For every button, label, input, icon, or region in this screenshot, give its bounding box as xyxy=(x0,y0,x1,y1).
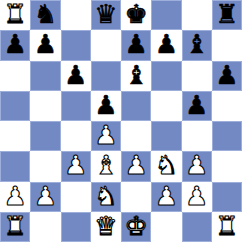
square-b5[interactable] xyxy=(30,91,60,121)
piece-black-king: ♚ xyxy=(124,1,147,27)
piece-white-bishop: ♝ xyxy=(94,152,117,178)
square-a4[interactable] xyxy=(0,121,30,151)
square-h4[interactable] xyxy=(212,121,242,151)
square-d3[interactable]: ♝ xyxy=(91,151,121,181)
piece-white-pawn: ♟ xyxy=(155,183,178,209)
square-b3[interactable] xyxy=(30,151,60,181)
square-e8[interactable]: ♚ xyxy=(121,0,151,30)
square-e3[interactable]: ♟ xyxy=(121,151,151,181)
piece-white-pawn: ♟ xyxy=(64,152,87,178)
square-b7[interactable]: ♟ xyxy=(30,30,60,60)
piece-white-rook: ♜ xyxy=(215,213,238,239)
square-h3[interactable] xyxy=(212,151,242,181)
square-e4[interactable] xyxy=(121,121,151,151)
square-d6[interactable] xyxy=(91,61,121,91)
square-d7[interactable] xyxy=(91,30,121,60)
square-c1[interactable] xyxy=(61,212,91,242)
piece-black-pawn: ♟ xyxy=(185,92,208,118)
square-g1[interactable] xyxy=(182,212,212,242)
square-f6[interactable] xyxy=(151,61,181,91)
square-d5[interactable]: ♟ xyxy=(91,91,121,121)
square-d4[interactable]: ♟ xyxy=(91,121,121,151)
piece-white-pawn: ♟ xyxy=(34,183,57,209)
piece-black-pawn: ♟ xyxy=(94,92,117,118)
piece-black-pawn: ♟ xyxy=(155,31,178,57)
square-a6[interactable] xyxy=(0,61,30,91)
square-c7[interactable] xyxy=(61,30,91,60)
square-b2[interactable]: ♟ xyxy=(30,182,60,212)
square-b8[interactable]: ♞ xyxy=(30,0,60,30)
square-c2[interactable] xyxy=(61,182,91,212)
piece-black-pawn: ♟ xyxy=(3,31,26,57)
piece-white-pawn: ♟ xyxy=(3,183,26,209)
square-h7[interactable] xyxy=(212,30,242,60)
square-e2[interactable] xyxy=(121,182,151,212)
square-c8[interactable] xyxy=(61,0,91,30)
piece-black-knight: ♞ xyxy=(34,1,57,27)
square-c3[interactable]: ♟ xyxy=(61,151,91,181)
piece-white-knight: ♞ xyxy=(94,183,117,209)
square-d8[interactable]: ♛ xyxy=(91,0,121,30)
square-f4[interactable] xyxy=(151,121,181,151)
square-b1[interactable] xyxy=(30,212,60,242)
square-f7[interactable]: ♟ xyxy=(151,30,181,60)
square-a7[interactable]: ♟ xyxy=(0,30,30,60)
square-e1[interactable]: ♚ xyxy=(121,212,151,242)
piece-white-rook: ♜ xyxy=(3,1,26,27)
square-g2[interactable]: ♟ xyxy=(182,182,212,212)
square-f8[interactable] xyxy=(151,0,181,30)
piece-white-king: ♚ xyxy=(124,213,147,239)
piece-white-pawn: ♟ xyxy=(94,122,117,148)
piece-black-bishop: ♝ xyxy=(124,62,147,88)
square-h5[interactable] xyxy=(212,91,242,121)
square-c4[interactable] xyxy=(61,121,91,151)
piece-black-pawn: ♟ xyxy=(124,31,147,57)
square-b6[interactable] xyxy=(30,61,60,91)
square-g7[interactable]: ♝ xyxy=(182,30,212,60)
square-e6[interactable]: ♝ xyxy=(121,61,151,91)
square-c5[interactable] xyxy=(61,91,91,121)
piece-black-pawn: ♟ xyxy=(64,62,87,88)
square-a3[interactable] xyxy=(0,151,30,181)
square-f2[interactable]: ♟ xyxy=(151,182,181,212)
square-f5[interactable] xyxy=(151,91,181,121)
piece-white-knight: ♞ xyxy=(155,152,178,178)
square-a5[interactable] xyxy=(0,91,30,121)
square-h6[interactable]: ♟ xyxy=(212,61,242,91)
piece-black-bishop: ♝ xyxy=(185,31,208,57)
piece-black-pawn: ♟ xyxy=(215,62,238,88)
square-d1[interactable]: ♛ xyxy=(91,212,121,242)
square-e7[interactable]: ♟ xyxy=(121,30,151,60)
square-f3[interactable]: ♞ xyxy=(151,151,181,181)
square-b4[interactable] xyxy=(30,121,60,151)
square-g5[interactable]: ♟ xyxy=(182,91,212,121)
square-a8[interactable]: ♜ xyxy=(0,0,30,30)
square-h2[interactable] xyxy=(212,182,242,212)
piece-white-queen: ♛ xyxy=(94,213,117,239)
square-f1[interactable] xyxy=(151,212,181,242)
square-g3[interactable]: ♟ xyxy=(182,151,212,181)
square-a2[interactable]: ♟ xyxy=(0,182,30,212)
square-e5[interactable] xyxy=(121,91,151,121)
square-d2[interactable]: ♞ xyxy=(91,182,121,212)
piece-black-pawn: ♟ xyxy=(34,31,57,57)
chess-board: ♜♞♛♚♜♟♟♟♟♝♟♝♟♟♟♟♟♝♟♞♟♟♟♞♟♟♜♛♚♜ xyxy=(0,0,242,242)
square-g4[interactable] xyxy=(182,121,212,151)
square-a1[interactable]: ♜ xyxy=(0,212,30,242)
piece-black-queen: ♛ xyxy=(94,1,117,27)
square-h8[interactable]: ♜ xyxy=(212,0,242,30)
piece-white-pawn: ♟ xyxy=(185,183,208,209)
piece-white-pawn: ♟ xyxy=(185,152,208,178)
piece-white-rook: ♜ xyxy=(3,213,26,239)
piece-white-pawn: ♟ xyxy=(124,152,147,178)
square-g8[interactable] xyxy=(182,0,212,30)
square-g6[interactable] xyxy=(182,61,212,91)
square-c6[interactable]: ♟ xyxy=(61,61,91,91)
square-h1[interactable]: ♜ xyxy=(212,212,242,242)
piece-black-rook: ♜ xyxy=(215,1,238,27)
